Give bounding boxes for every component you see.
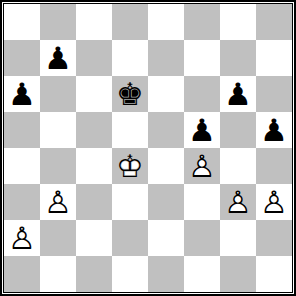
square-b6[interactable] [40,76,76,112]
square-f2[interactable] [184,220,220,256]
square-h6[interactable] [256,76,292,112]
square-c1[interactable] [76,256,112,292]
square-e1[interactable] [148,256,184,292]
square-g6[interactable]: ♟ [220,76,256,112]
square-h8[interactable] [256,4,292,40]
square-b8[interactable] [40,4,76,40]
square-h5[interactable]: ♟ [256,112,292,148]
piece-black-pawn: ♟ [256,112,292,148]
square-e3[interactable] [148,184,184,220]
piece-white-pawn: ♟♙ [40,184,76,220]
square-h3[interactable]: ♟♙ [256,184,292,220]
piece-black-pawn: ♟ [184,112,220,148]
square-f5[interactable]: ♟ [184,112,220,148]
square-b5[interactable] [40,112,76,148]
piece-black-pawn: ♟ [40,40,76,76]
square-b2[interactable] [40,220,76,256]
square-g8[interactable] [220,4,256,40]
square-b4[interactable] [40,148,76,184]
square-a5[interactable] [4,112,40,148]
square-a2[interactable]: ♟♙ [4,220,40,256]
board-frame: ♟♟♚♟♟♟♚♔♟♙♟♙♟♙♟♙♟♙ [0,0,296,296]
piece-black-pawn: ♟ [4,76,40,112]
square-f6[interactable] [184,76,220,112]
square-a4[interactable] [4,148,40,184]
square-g1[interactable] [220,256,256,292]
square-d2[interactable] [112,220,148,256]
square-g5[interactable] [220,112,256,148]
piece-white-pawn: ♟♙ [256,184,292,220]
square-h2[interactable] [256,220,292,256]
square-a7[interactable] [4,40,40,76]
square-f1[interactable] [184,256,220,292]
square-d4[interactable]: ♚♔ [112,148,148,184]
board-inner-frame: ♟♟♚♟♟♟♚♔♟♙♟♙♟♙♟♙♟♙ [3,3,293,293]
piece-white-pawn: ♟♙ [220,184,256,220]
square-f8[interactable] [184,4,220,40]
square-a3[interactable] [4,184,40,220]
square-f4[interactable]: ♟♙ [184,148,220,184]
piece-white-king: ♚♔ [112,148,148,184]
square-e7[interactable] [148,40,184,76]
square-e2[interactable] [148,220,184,256]
square-e6[interactable] [148,76,184,112]
square-h7[interactable] [256,40,292,76]
square-c4[interactable] [76,148,112,184]
square-h4[interactable] [256,148,292,184]
square-b7[interactable]: ♟ [40,40,76,76]
square-b3[interactable]: ♟♙ [40,184,76,220]
piece-black-king: ♚ [112,76,148,112]
square-h1[interactable] [256,256,292,292]
square-c6[interactable] [76,76,112,112]
square-f7[interactable] [184,40,220,76]
piece-black-pawn: ♟ [220,76,256,112]
square-e8[interactable] [148,4,184,40]
square-d1[interactable] [112,256,148,292]
square-c5[interactable] [76,112,112,148]
square-a6[interactable]: ♟ [4,76,40,112]
square-a1[interactable] [4,256,40,292]
square-d5[interactable] [112,112,148,148]
square-g3[interactable]: ♟♙ [220,184,256,220]
square-g2[interactable] [220,220,256,256]
square-e4[interactable] [148,148,184,184]
square-c8[interactable] [76,4,112,40]
square-d7[interactable] [112,40,148,76]
square-a8[interactable] [4,4,40,40]
square-d8[interactable] [112,4,148,40]
square-g4[interactable] [220,148,256,184]
square-c3[interactable] [76,184,112,220]
square-c7[interactable] [76,40,112,76]
square-e5[interactable] [148,112,184,148]
piece-white-pawn: ♟♙ [184,148,220,184]
square-b1[interactable] [40,256,76,292]
square-g7[interactable] [220,40,256,76]
square-c2[interactable] [76,220,112,256]
chess-board: ♟♟♚♟♟♟♚♔♟♙♟♙♟♙♟♙♟♙ [4,4,292,292]
piece-white-pawn: ♟♙ [4,220,40,256]
square-f3[interactable] [184,184,220,220]
square-d6[interactable]: ♚ [112,76,148,112]
square-d3[interactable] [112,184,148,220]
